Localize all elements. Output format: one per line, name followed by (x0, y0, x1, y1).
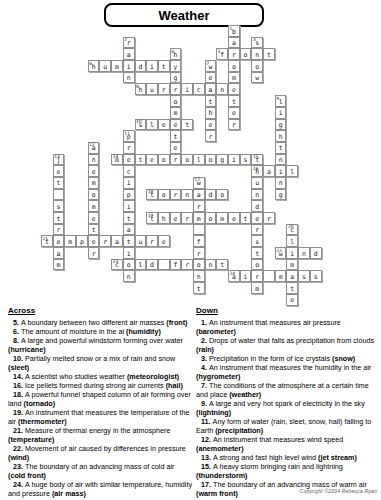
grid-cell[interactable]: s (53, 200, 65, 212)
empty-space (298, 119, 310, 131)
empty-space (205, 235, 217, 247)
empty-space (135, 224, 147, 236)
empty-space (310, 294, 322, 306)
grid-cell[interactable]: 13j (53, 154, 65, 166)
grid-cell[interactable]: a (53, 247, 65, 259)
cell-letter: i (182, 86, 192, 94)
grid-cell[interactable]: 10s (135, 119, 147, 131)
grid-cell[interactable]: 15t (251, 154, 263, 166)
grid-cell[interactable]: 2r (123, 37, 135, 49)
grid-cell[interactable]: d (135, 60, 147, 72)
cell-letter: e (159, 238, 169, 246)
grid-cell[interactable]: e (88, 235, 100, 247)
grid-cell[interactable]: m (53, 259, 65, 271)
grid-cell[interactable]: r (53, 224, 65, 236)
grid-cell[interactable]: r (251, 224, 263, 236)
cell-letter: e (54, 238, 64, 246)
empty-space (275, 294, 287, 306)
grid-cell[interactable]: e (205, 119, 217, 131)
empty-space (216, 165, 228, 177)
empty-space (275, 224, 287, 236)
empty-space (99, 119, 111, 131)
grid-cell[interactable]: e (228, 212, 240, 224)
cell-letter: m (171, 109, 181, 117)
cell-letter: e (287, 296, 297, 304)
grid-cell[interactable]: e (53, 165, 65, 177)
grid-cell[interactable]: 9l (275, 95, 287, 107)
clue-across-21: 21. Measure of thermal energy in the atm… (8, 426, 192, 444)
grid-cell[interactable]: o (240, 48, 252, 60)
grid-cell[interactable]: s (251, 235, 263, 247)
grid-cell[interactable]: m (251, 282, 263, 294)
grid-cell[interactable]: u (99, 60, 111, 72)
grid-cell[interactable]: 4h (170, 48, 182, 60)
clue-down-13: 13. A strong and fast high level wind (j… (196, 453, 376, 462)
grid-cell[interactable]: n (205, 259, 217, 271)
grid-cell[interactable]: 8h (135, 83, 147, 95)
grid-cell[interactable]: h (205, 107, 217, 119)
cell-letter: a (194, 191, 204, 199)
grid-cell[interactable]: y (170, 60, 182, 72)
empty-space (41, 212, 53, 224)
grid-cell[interactable]: 24a (228, 270, 240, 282)
cell-letter: e (229, 215, 239, 223)
grid-cell[interactable]: r (158, 83, 170, 95)
empty-space (298, 107, 310, 119)
grid-cell[interactable]: t (53, 212, 65, 224)
grid-cell[interactable]: 17w (193, 177, 205, 189)
empty-space (64, 95, 76, 107)
grid-cell[interactable]: u (251, 177, 263, 189)
cell-letter: t (217, 261, 227, 269)
grid-cell[interactable]: t (251, 247, 263, 259)
grid-cell[interactable]: a (263, 165, 275, 177)
grid-cell[interactable]: r (205, 130, 217, 142)
grid-cell[interactable]: e (228, 83, 240, 95)
empty-space (41, 282, 53, 294)
grid-cell[interactable]: s (298, 270, 310, 282)
grid-cell[interactable]: c (123, 165, 135, 177)
grid-cell[interactable]: r (170, 154, 182, 166)
cell-letter: l (194, 156, 204, 164)
grid-cell[interactable]: r (170, 189, 182, 201)
grid-cell[interactable]: e (170, 212, 182, 224)
empty-space (216, 177, 228, 189)
grid-cell[interactable]: e (170, 142, 182, 154)
grid-cell[interactable]: e (53, 235, 65, 247)
grid-cell[interactable]: r (193, 247, 205, 259)
empty-space (76, 270, 88, 282)
grid-cell[interactable]: f (170, 259, 182, 271)
cell-letter: a (54, 250, 64, 258)
empty-space (76, 25, 88, 37)
grid-cell[interactable]: t (123, 235, 135, 247)
grid-cell[interactable]: t (263, 48, 275, 60)
grid-cell[interactable]: f (193, 235, 205, 247)
cell-letter: t (54, 215, 64, 223)
grid-cell[interactable]: 7w (205, 60, 217, 72)
grid-cell[interactable]: t (240, 212, 252, 224)
grid-cell[interactable]: l (286, 235, 298, 247)
cell-letter: n (217, 86, 227, 94)
empty-space (99, 294, 111, 306)
grid-cell[interactable]: t (53, 177, 65, 189)
grid-cell[interactable]: i (275, 107, 287, 119)
cell-letter: o (206, 156, 216, 164)
grid-cell[interactable]: 19t (146, 212, 158, 224)
grid-cell[interactable]: 12a (88, 142, 100, 154)
cell-letter: y (171, 63, 181, 71)
empty-space (146, 247, 158, 259)
grid-cell[interactable]: t (158, 60, 170, 72)
grid-cell[interactable]: p (76, 235, 88, 247)
grid-cell[interactable]: i (181, 83, 193, 95)
grid-cell[interactable]: u (135, 235, 147, 247)
grid-cell[interactable]: 18t (146, 189, 158, 201)
grid-cell[interactable]: i (123, 60, 135, 72)
cell-letter: m (194, 215, 204, 223)
empty-space (123, 107, 135, 119)
grid-cell[interactable]: m (275, 270, 287, 282)
grid-cell[interactable]: t (88, 224, 100, 236)
grid-cell[interactable]: r (181, 212, 193, 224)
grid-cell[interactable]: 21t (41, 235, 53, 247)
empty-space (64, 107, 76, 119)
grid-cell[interactable]: r (193, 200, 205, 212)
empty-space (111, 224, 123, 236)
grid-cell[interactable]: a (111, 235, 123, 247)
grid-cell[interactable]: o (170, 95, 182, 107)
empty-space (88, 95, 100, 107)
grid-cell[interactable]: r (170, 83, 182, 95)
empty-space (76, 95, 88, 107)
empty-space (286, 83, 298, 95)
empty-space (41, 95, 53, 107)
grid-cell[interactable]: i (123, 177, 135, 189)
empty-space (88, 270, 100, 282)
grid-cell[interactable]: s (240, 154, 252, 166)
grid-cell[interactable]: r (146, 235, 158, 247)
grid-cell[interactable]: m (170, 107, 182, 119)
cell-letter: n (206, 261, 216, 269)
empty-space (135, 294, 147, 306)
empty-space (310, 200, 322, 212)
grid-cell[interactable]: 3s (251, 37, 263, 49)
grid-cell[interactable]: i (123, 247, 135, 259)
grid-cell[interactable]: e (286, 294, 298, 306)
grid-cell[interactable]: p (123, 189, 135, 201)
grid-cell[interactable]: h (275, 130, 287, 142)
empty-space (286, 37, 298, 49)
empty-space (193, 60, 205, 72)
grid-cell[interactable]: d (310, 247, 322, 259)
grid-cell[interactable]: e (170, 119, 182, 131)
empty-space (146, 282, 158, 294)
empty-space (41, 107, 53, 119)
grid-cell[interactable]: a (123, 48, 135, 60)
empty-space (240, 200, 252, 212)
empty-space (286, 200, 298, 212)
empty-space (275, 259, 287, 271)
empty-space (53, 270, 65, 282)
grid-cell[interactable]: n (275, 154, 287, 166)
grid-cell[interactable]: o (251, 60, 263, 72)
grid-cell[interactable]: h (158, 212, 170, 224)
empty-space (228, 235, 240, 247)
empty-space (146, 224, 158, 236)
grid-cell[interactable]: m (111, 60, 123, 72)
empty-space (228, 259, 240, 271)
empty-space (216, 235, 228, 247)
clue-across-14: 14. A scientist who studies weather (met… (8, 372, 192, 381)
cell-letter: t (147, 191, 157, 199)
grid-cell[interactable]: r (123, 142, 135, 154)
empty-space (135, 189, 147, 201)
grid-cell[interactable]: t (170, 130, 182, 142)
cell-letter: g (276, 191, 286, 199)
empty-space (228, 200, 240, 212)
empty-space (135, 282, 147, 294)
cell-letter: i (124, 203, 134, 211)
empty-space (228, 247, 240, 259)
grid-cell[interactable]: w (251, 72, 263, 84)
empty-space (64, 177, 76, 189)
grid-cell[interactable]: l (146, 119, 158, 131)
empty-space (170, 282, 182, 294)
grid-cell[interactable]: n (193, 270, 205, 282)
across-header: Across (8, 306, 192, 316)
grid-cell[interactable]: g (275, 189, 287, 201)
grid-cell[interactable]: d (251, 200, 263, 212)
grid-cell-blank[interactable] (53, 189, 65, 201)
grid-cell[interactable]: n (88, 154, 100, 166)
grid-cell[interactable]: r (181, 259, 193, 271)
grid-cell[interactable]: t (228, 95, 240, 107)
grid-cell[interactable]: m (193, 212, 205, 224)
empty-space (123, 294, 135, 306)
grid-cell[interactable]: m (64, 235, 76, 247)
grid-cell[interactable]: e (88, 212, 100, 224)
empty-space (53, 282, 65, 294)
grid-cell[interactable]: o (193, 259, 205, 271)
grid-cell[interactable]: a (205, 83, 217, 95)
grid-cell[interactable]: r (251, 270, 263, 282)
grid-cell[interactable]: u (146, 83, 158, 95)
grid-cell[interactable]: r (88, 247, 100, 259)
empty-space (193, 48, 205, 60)
grid-cell[interactable]: n (275, 177, 287, 189)
empty-space (64, 189, 76, 201)
grid-cell[interactable]: o (123, 259, 135, 271)
empty-space (310, 107, 322, 119)
cell-letter: e (171, 121, 181, 129)
grid-cell[interactable]: m (88, 177, 100, 189)
empty-space (99, 212, 111, 224)
empty-space (251, 294, 263, 306)
grid-cell[interactable]: n (181, 189, 193, 201)
grid-cell[interactable]: a (286, 270, 298, 282)
cell-letter: n (299, 250, 309, 258)
grid-cell[interactable]: r (228, 119, 240, 131)
grid-cell[interactable]: 1b (228, 25, 240, 37)
empty-space (310, 142, 322, 154)
empty-space (135, 142, 147, 154)
grid-cell[interactable]: 14m (111, 154, 123, 166)
empty-space (298, 48, 310, 60)
grid-cell[interactable]: m (88, 200, 100, 212)
grid-cell[interactable]: e (228, 107, 240, 119)
empty-space (53, 25, 65, 37)
cell-letter: w (252, 74, 262, 82)
grid-cell[interactable]: 22w (275, 247, 287, 259)
cell-letter: u (100, 63, 110, 71)
cell-letter: r (159, 86, 169, 94)
grid-cell[interactable]: m (216, 212, 228, 224)
grid-cell[interactable]: o (216, 189, 228, 201)
grid-cell[interactable]: n (251, 189, 263, 201)
grid-cell[interactable]: e (158, 235, 170, 247)
cell-letter: t (206, 98, 216, 106)
grid-cell[interactable]: o (88, 189, 100, 201)
grid-cell[interactable]: s (310, 270, 322, 282)
grid-cell[interactable]: e (251, 212, 263, 224)
grid-cell[interactable]: d (146, 259, 158, 271)
grid-cell[interactable]: t (205, 95, 217, 107)
grid-cell[interactable]: 23c (111, 259, 123, 271)
grid-cell[interactable]: d (205, 189, 217, 201)
grid-cell[interactable]: n (298, 247, 310, 259)
cell-letter: l (287, 168, 297, 176)
grid-cell[interactable]: a (228, 37, 240, 49)
grid-cell[interactable]: 5f (216, 48, 228, 60)
grid-cell[interactable]: i (228, 154, 240, 166)
grid-cell[interactable]: o (251, 259, 263, 271)
cell-letter: g (217, 156, 227, 164)
empty-space (123, 119, 135, 131)
grid-cell[interactable]: t (275, 142, 287, 154)
empty-space (216, 37, 228, 49)
grid-cell[interactable]: i (123, 200, 135, 212)
empty-space (310, 165, 322, 177)
empty-space (216, 95, 228, 107)
grid-cell[interactable]: e (158, 119, 170, 131)
grid-cell[interactable]: i (286, 247, 298, 259)
grid-cell[interactable]: a (123, 224, 135, 236)
empty-space (170, 270, 182, 282)
grid-cell[interactable]: o (181, 154, 193, 166)
empty-space (158, 130, 170, 142)
grid-cell[interactable]: e (88, 165, 100, 177)
grid-cell[interactable]: l (135, 259, 147, 271)
empty-space (310, 235, 322, 247)
empty-space (240, 119, 252, 131)
grid-cell[interactable]: m (286, 259, 298, 271)
grid-cell[interactable]: n (123, 72, 135, 84)
empty-space (240, 83, 252, 95)
clue-across-8: 8. A large and powerful windstorm formin… (8, 336, 192, 354)
cell-letter: m (112, 63, 122, 71)
grid-cell[interactable]: o (205, 154, 217, 166)
empty-space (170, 294, 182, 306)
grid-cell[interactable]: o (158, 154, 170, 166)
grid-cell[interactable]: e (205, 72, 217, 84)
grid-cell[interactable]: l (286, 165, 298, 177)
grid-cell-blank[interactable] (193, 224, 205, 236)
grid-cell[interactable]: r (99, 235, 111, 247)
grid-cell[interactable]: e (123, 154, 135, 166)
cell-letter: e (171, 215, 181, 223)
grid-cell[interactable]: t (286, 282, 298, 294)
cell-letter: e (171, 144, 181, 152)
grid-cell[interactable]: o (158, 189, 170, 201)
empty-space (123, 95, 135, 107)
grid-cell[interactable]: 16h (251, 165, 263, 177)
grid-cell[interactable]: e (146, 154, 158, 166)
grid-cell[interactable]: c (193, 83, 205, 95)
grid-cell[interactable]: t (216, 259, 228, 271)
empty-space (240, 294, 252, 306)
empty-space (146, 95, 158, 107)
grid-cell[interactable]: r (263, 212, 275, 224)
grid-cell[interactable]: o (228, 60, 240, 72)
empty-space (99, 154, 111, 166)
grid-cell[interactable]: t (135, 154, 147, 166)
grid-cell[interactable]: t (193, 282, 205, 294)
grid-cell[interactable]: r (228, 48, 240, 60)
cell-letter: t (194, 285, 204, 293)
grid-cell[interactable]: t (181, 119, 193, 131)
grid-cell[interactable]: a (193, 189, 205, 201)
empty-space (88, 282, 100, 294)
grid-cell[interactable]: i (146, 60, 158, 72)
empty-space (64, 270, 76, 282)
grid-cell[interactable]: 6h (88, 60, 100, 72)
grid-cell[interactable]: l (193, 154, 205, 166)
grid-cell[interactable]: g (275, 119, 287, 131)
empty-space (228, 282, 240, 294)
empty-space (111, 270, 123, 282)
grid-cell[interactable]: m (228, 72, 240, 84)
cell-letter: r (147, 238, 157, 246)
cell-letter: t (182, 121, 192, 129)
down-header: Down (196, 306, 376, 316)
empty-space (275, 48, 287, 60)
cell-letter: e (89, 168, 99, 176)
empty-space (146, 72, 158, 84)
empty-space (76, 165, 88, 177)
empty-space (216, 107, 228, 119)
grid-cell[interactable]: i (240, 270, 252, 282)
grid-cell[interactable]: t (123, 212, 135, 224)
empty-space (99, 37, 111, 49)
grid-cell-blank[interactable] (158, 259, 170, 271)
grid-cell[interactable]: g (216, 154, 228, 166)
grid-cell[interactable]: 20c (286, 224, 298, 236)
grid-cell[interactable]: n (251, 48, 263, 60)
empty-space (298, 259, 310, 271)
grid-cell-blank[interactable] (263, 270, 275, 282)
grid-cell[interactable]: g (170, 72, 182, 84)
cell-letter: g (276, 121, 286, 129)
empty-space (135, 72, 147, 84)
cell-letter: n (252, 191, 262, 199)
empty-space (41, 294, 53, 306)
grid-cell[interactable]: n (216, 83, 228, 95)
grid-cell[interactable]: 11p (123, 130, 135, 142)
grid-cell[interactable]: i (275, 165, 287, 177)
grid-cell[interactable]: o (205, 212, 217, 224)
grid-cell[interactable]: n (123, 270, 135, 282)
